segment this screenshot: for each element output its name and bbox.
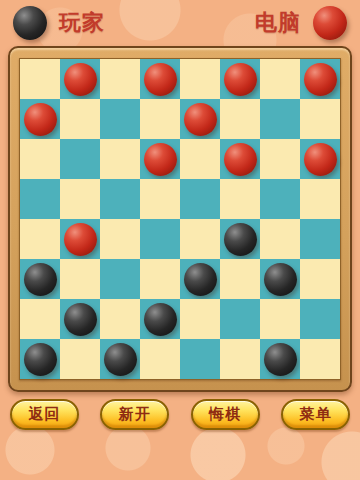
- square-r8c8[interactable]: [300, 339, 340, 379]
- square-r5c5[interactable]: [180, 219, 220, 259]
- square-r5c1[interactable]: [20, 219, 60, 259]
- back-button[interactable]: 返回: [10, 399, 79, 430]
- computer-label: 电脑: [255, 8, 301, 38]
- square-r3c6[interactable]: [220, 139, 260, 179]
- square-r5c7[interactable]: [260, 219, 300, 259]
- square-r1c3[interactable]: [100, 59, 140, 99]
- square-r5c4[interactable]: [140, 219, 180, 259]
- square-r6c7[interactable]: [260, 259, 300, 299]
- square-r7c7[interactable]: [260, 299, 300, 339]
- red-man-piece[interactable]: [304, 143, 337, 176]
- square-r1c5[interactable]: [180, 59, 220, 99]
- square-r4c2[interactable]: [60, 179, 100, 219]
- square-r5c8[interactable]: [300, 219, 340, 259]
- black-man-piece[interactable]: [104, 343, 137, 376]
- square-r6c8[interactable]: [300, 259, 340, 299]
- square-r3c7[interactable]: [260, 139, 300, 179]
- square-r1c4[interactable]: [140, 59, 180, 99]
- undo-button[interactable]: 悔棋: [191, 399, 260, 430]
- square-r2c4[interactable]: [140, 99, 180, 139]
- header: 玩家 电脑: [0, 0, 360, 46]
- square-r3c8[interactable]: [300, 139, 340, 179]
- square-r8c2[interactable]: [60, 339, 100, 379]
- square-r2c5[interactable]: [180, 99, 220, 139]
- red-man-piece[interactable]: [24, 103, 57, 136]
- checkers-app: 玩家 电脑 返回 新开 悔棋 菜单: [0, 0, 360, 480]
- square-r8c4[interactable]: [140, 339, 180, 379]
- menu-button[interactable]: 菜单: [281, 399, 350, 430]
- player-side: 玩家: [13, 6, 105, 40]
- board-frame: [8, 46, 352, 392]
- red-man-piece[interactable]: [64, 63, 97, 96]
- square-r6c5[interactable]: [180, 259, 220, 299]
- board-grid: [19, 58, 341, 380]
- square-r5c3[interactable]: [100, 219, 140, 259]
- square-r3c3[interactable]: [100, 139, 140, 179]
- square-r7c5[interactable]: [180, 299, 220, 339]
- computer-piece-icon: [313, 6, 347, 40]
- square-r2c6[interactable]: [220, 99, 260, 139]
- square-r2c7[interactable]: [260, 99, 300, 139]
- square-r3c1[interactable]: [20, 139, 60, 179]
- red-man-piece[interactable]: [224, 143, 257, 176]
- square-r4c4[interactable]: [140, 179, 180, 219]
- red-man-piece[interactable]: [144, 143, 177, 176]
- square-r2c8[interactable]: [300, 99, 340, 139]
- black-man-piece[interactable]: [264, 343, 297, 376]
- black-man-piece[interactable]: [64, 303, 97, 336]
- square-r5c2[interactable]: [60, 219, 100, 259]
- square-r6c2[interactable]: [60, 259, 100, 299]
- black-man-piece[interactable]: [264, 263, 297, 296]
- new-game-button[interactable]: 新开: [100, 399, 169, 430]
- square-r8c5[interactable]: [180, 339, 220, 379]
- square-r6c1[interactable]: [20, 259, 60, 299]
- square-r5c6[interactable]: [220, 219, 260, 259]
- square-r4c3[interactable]: [100, 179, 140, 219]
- square-r8c3[interactable]: [100, 339, 140, 379]
- square-r2c3[interactable]: [100, 99, 140, 139]
- square-r6c3[interactable]: [100, 259, 140, 299]
- black-man-piece[interactable]: [24, 343, 57, 376]
- square-r4c7[interactable]: [260, 179, 300, 219]
- square-r7c3[interactable]: [100, 299, 140, 339]
- black-man-piece[interactable]: [144, 303, 177, 336]
- square-r6c4[interactable]: [140, 259, 180, 299]
- square-r8c1[interactable]: [20, 339, 60, 379]
- black-man-piece[interactable]: [224, 223, 257, 256]
- square-r4c6[interactable]: [220, 179, 260, 219]
- square-r2c2[interactable]: [60, 99, 100, 139]
- square-r8c7[interactable]: [260, 339, 300, 379]
- square-r7c4[interactable]: [140, 299, 180, 339]
- square-r7c8[interactable]: [300, 299, 340, 339]
- red-man-piece[interactable]: [184, 103, 217, 136]
- square-r7c1[interactable]: [20, 299, 60, 339]
- square-r2c1[interactable]: [20, 99, 60, 139]
- square-r4c1[interactable]: [20, 179, 60, 219]
- computer-side: 电脑: [255, 6, 347, 40]
- red-man-piece[interactable]: [64, 223, 97, 256]
- square-r8c6[interactable]: [220, 339, 260, 379]
- square-r4c8[interactable]: [300, 179, 340, 219]
- square-r1c1[interactable]: [20, 59, 60, 99]
- player-label: 玩家: [59, 8, 105, 38]
- red-man-piece[interactable]: [224, 63, 257, 96]
- square-r3c5[interactable]: [180, 139, 220, 179]
- red-man-piece[interactable]: [304, 63, 337, 96]
- square-r3c2[interactable]: [60, 139, 100, 179]
- player-piece-icon: [13, 6, 47, 40]
- square-r7c6[interactable]: [220, 299, 260, 339]
- square-r1c7[interactable]: [260, 59, 300, 99]
- black-man-piece[interactable]: [24, 263, 57, 296]
- square-r1c6[interactable]: [220, 59, 260, 99]
- square-r1c2[interactable]: [60, 59, 100, 99]
- square-r7c2[interactable]: [60, 299, 100, 339]
- square-r3c4[interactable]: [140, 139, 180, 179]
- square-r1c8[interactable]: [300, 59, 340, 99]
- square-r6c6[interactable]: [220, 259, 260, 299]
- button-bar: 返回 新开 悔棋 菜单: [0, 399, 360, 430]
- red-man-piece[interactable]: [144, 63, 177, 96]
- square-r4c5[interactable]: [180, 179, 220, 219]
- black-man-piece[interactable]: [184, 263, 217, 296]
